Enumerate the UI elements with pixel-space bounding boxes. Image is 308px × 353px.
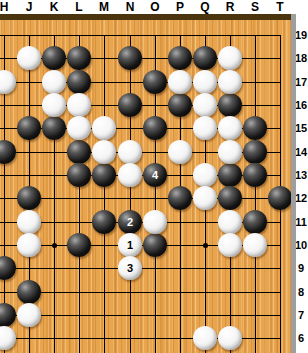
column-label-P: P [170, 0, 190, 14]
stone-white-R17[interactable] [218, 70, 242, 94]
column-label-J: J [19, 0, 39, 14]
stone-white-S10[interactable] [243, 233, 267, 257]
stone-black-R12[interactable] [218, 186, 242, 210]
column-label-S: S [245, 0, 265, 14]
column-label-H: H [0, 0, 14, 14]
board-right-edge-shadow [291, 14, 296, 353]
stone-black-L10[interactable] [67, 233, 91, 257]
stone-black-J8[interactable] [17, 280, 41, 304]
stone-black-S13[interactable] [243, 163, 267, 187]
stone-white-Q15[interactable] [193, 116, 217, 140]
stone-black-M11[interactable] [92, 210, 116, 234]
stone-black-R13[interactable] [218, 163, 242, 187]
stone-white-P14[interactable] [168, 140, 192, 164]
move-stone-4-black-O13[interactable]: 4 [143, 163, 167, 187]
grid-hline-19 [0, 35, 281, 36]
row-label-13: 13 [294, 168, 308, 182]
stone-black-T12[interactable] [268, 186, 292, 210]
stone-white-P17[interactable] [168, 70, 192, 94]
stone-white-J10[interactable] [17, 233, 41, 257]
row-label-19: 19 [294, 28, 308, 42]
stone-white-H17[interactable] [0, 70, 16, 94]
row-label-12: 12 [294, 191, 308, 205]
stone-white-R10[interactable] [218, 233, 242, 257]
stone-white-Q17[interactable] [193, 70, 217, 94]
stone-black-R16[interactable] [218, 93, 242, 117]
stone-black-L18[interactable] [67, 46, 91, 70]
stone-black-K18[interactable] [42, 46, 66, 70]
stone-white-R6[interactable] [218, 326, 242, 350]
grid-hline-7 [0, 315, 281, 316]
stone-white-L16[interactable] [67, 93, 91, 117]
stone-black-N18[interactable] [118, 46, 142, 70]
column-label-O: O [145, 0, 165, 14]
move-stone-3-white-N9[interactable]: 3 [118, 256, 142, 280]
stone-black-O15[interactable] [143, 116, 167, 140]
stone-black-O10[interactable] [143, 233, 167, 257]
stone-white-R14[interactable] [218, 140, 242, 164]
column-label-Q: Q [195, 0, 215, 14]
stone-black-O17[interactable] [143, 70, 167, 94]
row-label-9: 9 [294, 261, 308, 275]
column-label-T: T [270, 0, 290, 14]
move-stone-2-black-N11[interactable]: 2 [118, 210, 142, 234]
stone-white-L15[interactable] [67, 116, 91, 140]
stone-black-L14[interactable] [67, 140, 91, 164]
move-stone-1-white-N10[interactable]: 1 [118, 233, 142, 257]
stone-white-R15[interactable] [218, 116, 242, 140]
row-label-11: 11 [294, 215, 308, 229]
grid-hline-8 [0, 292, 281, 293]
stone-black-P18[interactable] [168, 46, 192, 70]
stone-black-H9[interactable] [0, 256, 16, 280]
stone-white-J11[interactable] [17, 210, 41, 234]
stone-black-L13[interactable] [67, 163, 91, 187]
stone-black-M13[interactable] [92, 163, 116, 187]
stone-black-N16[interactable] [118, 93, 142, 117]
column-label-L: L [69, 0, 89, 14]
goban[interactable]: 4213 [0, 14, 291, 353]
star-point-K10 [52, 243, 57, 248]
stone-black-S15[interactable] [243, 116, 267, 140]
stone-white-H6[interactable] [0, 326, 16, 350]
column-label-M: M [94, 0, 114, 14]
column-label-R: R [220, 0, 240, 14]
stone-black-Q18[interactable] [193, 46, 217, 70]
stone-black-P16[interactable] [168, 93, 192, 117]
stone-black-S11[interactable] [243, 210, 267, 234]
stone-white-J7[interactable] [17, 303, 41, 327]
row-label-17: 17 [294, 75, 308, 89]
column-labels: HJKLMNOPQRST [0, 0, 308, 14]
go-board-panel: HJKLMNOPQRST 191817161514131211109876 42… [0, 0, 308, 353]
column-label-K: K [44, 0, 64, 14]
row-label-8: 8 [294, 285, 308, 299]
stone-black-K15[interactable] [42, 116, 66, 140]
row-label-16: 16 [294, 98, 308, 112]
row-label-15: 15 [294, 121, 308, 135]
row-label-7: 7 [294, 308, 308, 322]
stone-white-R11[interactable] [218, 210, 242, 234]
stone-white-J18[interactable] [17, 46, 41, 70]
stone-white-O11[interactable] [143, 210, 167, 234]
row-label-10: 10 [294, 238, 308, 252]
stone-black-J15[interactable] [17, 116, 41, 140]
stone-black-P12[interactable] [168, 186, 192, 210]
stone-black-L17[interactable] [67, 70, 91, 94]
stone-white-K16[interactable] [42, 93, 66, 117]
row-label-6: 6 [294, 331, 308, 345]
stone-white-M14[interactable] [92, 140, 116, 164]
stone-white-N14[interactable] [118, 140, 142, 164]
stone-white-R18[interactable] [218, 46, 242, 70]
stone-white-Q12[interactable] [193, 186, 217, 210]
stone-white-M15[interactable] [92, 116, 116, 140]
stone-black-H7[interactable] [0, 303, 16, 327]
stone-black-H14[interactable] [0, 140, 16, 164]
row-label-18: 18 [294, 51, 308, 65]
row-label-14: 14 [294, 145, 308, 159]
stone-white-K17[interactable] [42, 70, 66, 94]
stone-black-J12[interactable] [17, 186, 41, 210]
stone-white-Q13[interactable] [193, 163, 217, 187]
stone-black-S14[interactable] [243, 140, 267, 164]
stone-white-Q16[interactable] [193, 93, 217, 117]
stone-white-N13[interactable] [118, 163, 142, 187]
row-labels: 191817161514131211109876 [294, 0, 308, 353]
column-label-N: N [120, 0, 140, 14]
stone-white-Q6[interactable] [193, 326, 217, 350]
star-point-Q10 [203, 243, 208, 248]
